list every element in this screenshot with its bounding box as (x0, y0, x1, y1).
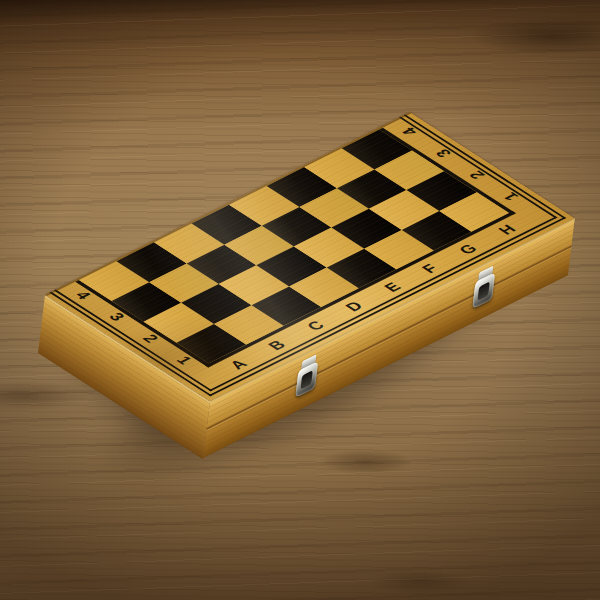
file-label: A (227, 358, 251, 372)
photo-scene: 4321 4321 ABCDEFGH (0, 0, 600, 600)
rank-label: 4 (399, 126, 421, 138)
file-label: D (343, 300, 367, 314)
file-label: B (265, 338, 289, 352)
file-label: H (496, 223, 520, 237)
rank-label: 2 (139, 333, 161, 345)
file-label: G (456, 242, 481, 256)
rank-label: 4 (72, 290, 94, 302)
file-label: E (381, 281, 404, 294)
rank-label: 2 (466, 169, 488, 181)
file-label: F (419, 262, 441, 275)
rank-label: 1 (173, 355, 195, 367)
file-label: C (304, 319, 328, 333)
rank-label: 3 (105, 311, 127, 323)
rank-label: 3 (432, 147, 454, 159)
rank-label: 1 (500, 191, 522, 203)
